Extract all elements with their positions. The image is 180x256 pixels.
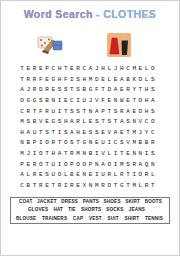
- word-item: TIE: [68, 208, 76, 213]
- word-item: HAT: [53, 208, 63, 213]
- grid-cell[interactable]: C: [150, 127, 156, 138]
- title-main: Word Search: [24, 8, 93, 20]
- word-grid: TEREPCHTERCAJHLJHCMELOTRRFEGHFISHMDELEAB…: [19, 64, 156, 191]
- word-list-row: GLOVESHATTIESHORTSSOCKSJEANS: [11, 208, 169, 213]
- grid-cell[interactable]: L: [150, 170, 156, 181]
- title-theme: CLOTHES: [103, 8, 156, 20]
- grid-cell[interactable]: S: [150, 85, 156, 96]
- word-item: TENNIS: [145, 217, 163, 222]
- word-item: SHOES: [104, 200, 121, 205]
- grid-cell[interactable]: O: [150, 117, 156, 128]
- word-item: JEANS: [129, 208, 145, 213]
- word-item: SKIRT: [125, 200, 140, 205]
- page-title: Word Search - CLOTHES: [1, 8, 179, 20]
- grid-cell[interactable]: S: [150, 149, 156, 160]
- grid-cell[interactable]: O: [150, 64, 156, 75]
- word-list-row: BLOUSETRAINERSCAPVESTSUITSHIRTTENNIS: [11, 217, 169, 222]
- word-item: GLOVES: [28, 208, 48, 213]
- title-separator: -: [96, 8, 100, 20]
- grid-cell[interactable]: T: [150, 180, 156, 191]
- word-item: BOOTS: [145, 200, 162, 205]
- word-item: COAT: [19, 200, 32, 205]
- worksheet-page: Word Search - CLOTHES TEREPCHTERCAJHLJHC…: [0, 0, 180, 256]
- grid-cell[interactable]: R: [150, 138, 156, 149]
- grid-cell[interactable]: N: [150, 159, 156, 170]
- word-item: TRAINERS: [42, 217, 67, 222]
- word-item: VEST: [89, 217, 102, 222]
- word-list-box: COATJACKETDRESSPANTSSHOESSKIRTBOOTS GLOV…: [10, 197, 170, 224]
- word-item: SHIRT: [124, 217, 139, 222]
- word-item: SUIT: [107, 217, 118, 222]
- word-item: PANTS: [83, 200, 99, 205]
- grid-cell[interactable]: S: [150, 106, 156, 117]
- word-item: CAP: [73, 217, 83, 222]
- word-item: SOCKS: [106, 208, 123, 213]
- word-item: BLOUSE: [16, 217, 36, 222]
- grid-cell[interactable]: A: [150, 96, 156, 107]
- shopper-red-dress-clipart: [105, 31, 133, 59]
- word-list-row: COATJACKETDRESSPANTSSHOESSKIRTBOOTS: [11, 200, 169, 205]
- clothes-pile-clipart: [37, 30, 65, 58]
- word-item: SHORTS: [81, 208, 101, 213]
- word-item: JACKET: [37, 200, 57, 205]
- word-item: DRESS: [61, 200, 78, 205]
- grid-cell[interactable]: S: [150, 75, 156, 86]
